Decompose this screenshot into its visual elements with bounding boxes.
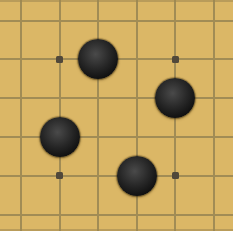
black-stone[interactable]	[78, 39, 118, 79]
star-point	[56, 172, 63, 179]
board-edge-shadow	[0, 0, 233, 2]
grid-line-vertical	[213, 0, 215, 231]
star-point	[172, 172, 179, 179]
grid-line-vertical	[20, 0, 22, 231]
board-edge-shadow	[0, 229, 233, 231]
black-stone[interactable]	[117, 156, 157, 196]
grid-line-horizontal	[0, 214, 233, 216]
grid-line-horizontal	[0, 97, 233, 99]
grid-line-vertical	[136, 0, 138, 231]
black-stone[interactable]	[155, 78, 195, 118]
black-stone[interactable]	[40, 117, 80, 157]
grid-line-horizontal	[0, 20, 233, 22]
go-board[interactable]	[0, 0, 233, 231]
grid-line-horizontal	[0, 136, 233, 138]
grid-line-vertical	[59, 0, 61, 231]
grid-line-vertical	[97, 0, 99, 231]
star-point	[56, 56, 63, 63]
screenshot-stage	[0, 0, 233, 231]
star-point	[172, 56, 179, 63]
